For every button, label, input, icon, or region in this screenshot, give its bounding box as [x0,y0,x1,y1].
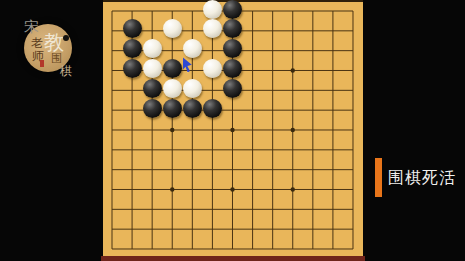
black-stone [163,59,182,78]
logo-red-mark [40,60,44,67]
white-stone [183,79,202,98]
cursor-pointer-icon [181,57,192,72]
stones-layer [103,2,363,256]
white-stone [143,59,162,78]
go-board [103,0,363,256]
black-stone [223,0,242,19]
white-stone [203,0,222,19]
white-stone [143,39,162,58]
black-stone [203,99,222,118]
black-stone [143,79,162,98]
black-stone [183,99,202,118]
black-stone [123,19,142,38]
board-bottom-edge [101,256,365,261]
video-title: 围棋死活 [388,168,456,189]
white-stone [183,39,202,58]
title-accent-bar [375,158,382,197]
channel-logo: 宋 老 师 教 围 棋 [20,20,78,78]
logo-char-lao: 老 [31,37,43,49]
black-stone [123,59,142,78]
logo-char-center: 教 [44,32,64,52]
black-stone [223,59,242,78]
black-stone [123,39,142,58]
logo-char-song: 宋 [24,20,39,35]
white-stone [163,79,182,98]
white-stone [163,19,182,38]
logo-char-qi: 棋 [60,65,72,77]
black-stone [223,19,242,38]
logo-char-wei: 围 [51,53,62,64]
black-stone [163,99,182,118]
white-stone [203,59,222,78]
black-stone [143,99,162,118]
black-stone [223,79,242,98]
white-stone [203,19,222,38]
black-stone [223,39,242,58]
right-caption-area: 围棋死活 [370,0,465,261]
video-frame: 宋 老 师 教 围 棋 围棋死活 [0,0,465,261]
logo-stone-dot [63,35,69,41]
